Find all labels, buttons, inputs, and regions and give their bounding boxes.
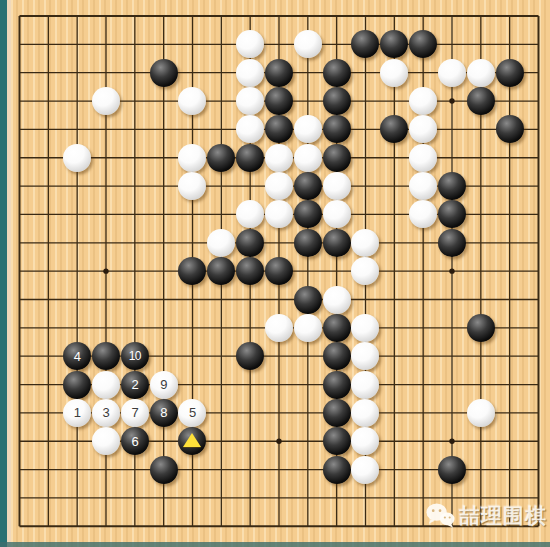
white-stone: [409, 200, 437, 228]
move-number: 9: [160, 378, 167, 391]
black-stone: [207, 257, 235, 285]
black-stone: [323, 456, 351, 484]
black-stone: [294, 229, 322, 257]
white-stone: [351, 456, 379, 484]
black-stone: [323, 314, 351, 342]
black-stone: [63, 371, 91, 399]
white-stone: [236, 59, 264, 87]
board-surface[interactable]: 41029137856: [0, 0, 550, 547]
black-stone: [323, 115, 351, 143]
black-stone: [323, 87, 351, 115]
move-number: 4: [74, 350, 81, 363]
black-stone: [467, 314, 495, 342]
black-stone: [178, 427, 206, 455]
black-stone: [294, 286, 322, 314]
black-stone: [236, 229, 264, 257]
white-stone: [438, 59, 466, 87]
stones-layer: 41029137856: [0, 0, 550, 547]
white-stone: [236, 87, 264, 115]
white-stone: [351, 229, 379, 257]
white-stone: [323, 200, 351, 228]
black-stone: [438, 200, 466, 228]
white-stone: 9: [150, 371, 178, 399]
white-stone: [323, 286, 351, 314]
white-stone: [351, 257, 379, 285]
black-stone: [294, 172, 322, 200]
black-stone: [265, 115, 293, 143]
black-stone: [323, 229, 351, 257]
black-stone: [496, 115, 524, 143]
white-stone: [236, 200, 264, 228]
move-number: 6: [131, 435, 138, 448]
white-stone: [207, 229, 235, 257]
white-stone: 1: [63, 399, 91, 427]
white-stone: [265, 200, 293, 228]
black-stone: 2: [121, 371, 149, 399]
move-number: 1: [74, 406, 81, 419]
black-stone: 4: [63, 342, 91, 370]
black-stone: [150, 456, 178, 484]
triangle-marker: [183, 433, 201, 447]
board-bottom-edge-strip: [0, 542, 550, 547]
white-stone: 5: [178, 399, 206, 427]
white-stone: [351, 342, 379, 370]
black-stone: [351, 30, 379, 58]
black-stone: [178, 257, 206, 285]
white-stone: [294, 30, 322, 58]
black-stone: [294, 200, 322, 228]
black-stone: [380, 30, 408, 58]
move-number: 7: [131, 406, 138, 419]
black-stone: [323, 371, 351, 399]
white-stone: [351, 314, 379, 342]
black-stone: [236, 342, 264, 370]
white-stone: [409, 172, 437, 200]
move-number: 8: [160, 406, 167, 419]
black-stone: 8: [150, 399, 178, 427]
black-stone: [496, 59, 524, 87]
black-stone: [380, 115, 408, 143]
black-stone: [92, 342, 120, 370]
white-stone: [409, 144, 437, 172]
white-stone: [351, 427, 379, 455]
black-stone: [265, 87, 293, 115]
black-stone: 6: [121, 427, 149, 455]
white-stone: [92, 87, 120, 115]
black-stone: [323, 342, 351, 370]
white-stone: [323, 172, 351, 200]
white-stone: [178, 172, 206, 200]
black-stone: [207, 144, 235, 172]
black-stone: [323, 399, 351, 427]
black-stone: [150, 59, 178, 87]
white-stone: [409, 87, 437, 115]
black-stone: [236, 144, 264, 172]
black-stone: [323, 59, 351, 87]
board-left-edge-strip: [0, 0, 7, 547]
black-stone: [265, 59, 293, 87]
white-stone: [294, 115, 322, 143]
black-stone: [438, 229, 466, 257]
white-stone: [351, 371, 379, 399]
move-number: 10: [129, 350, 141, 363]
white-stone: [380, 59, 408, 87]
black-stone: [323, 144, 351, 172]
black-stone: [323, 427, 351, 455]
black-stone: [236, 257, 264, 285]
go-board-screenshot: 41029137856 喆理围棋: [0, 0, 550, 547]
white-stone: 7: [121, 399, 149, 427]
board-left-edge-highlight: [7, 0, 11, 547]
black-stone: [467, 87, 495, 115]
white-stone: [409, 115, 437, 143]
move-number: 5: [189, 406, 196, 419]
white-stone: [265, 144, 293, 172]
white-stone: 3: [92, 399, 120, 427]
white-stone: [92, 371, 120, 399]
black-stone: [265, 257, 293, 285]
black-stone: [409, 30, 437, 58]
white-stone: [467, 59, 495, 87]
black-stone: [438, 172, 466, 200]
white-stone: [294, 144, 322, 172]
white-stone: [178, 87, 206, 115]
white-stone: [92, 427, 120, 455]
black-stone: 10: [121, 342, 149, 370]
black-stone: [438, 456, 466, 484]
move-number: 3: [103, 406, 110, 419]
white-stone: [294, 314, 322, 342]
white-stone: [63, 144, 91, 172]
white-stone: [236, 30, 264, 58]
white-stone: [265, 314, 293, 342]
white-stone: [265, 172, 293, 200]
white-stone: [467, 399, 495, 427]
white-stone: [236, 115, 264, 143]
move-number: 2: [131, 378, 138, 391]
white-stone: [178, 144, 206, 172]
white-stone: [351, 399, 379, 427]
